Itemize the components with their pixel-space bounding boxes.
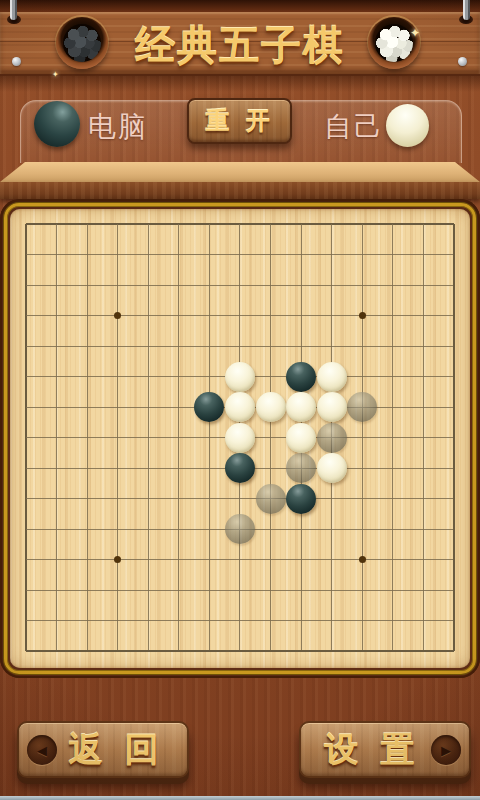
back-button[interactable]: ◀ 返 回 — [17, 721, 189, 778]
grid-line — [26, 498, 454, 499]
restart-button[interactable]: 重 开 — [187, 98, 292, 144]
white-stone — [317, 453, 347, 483]
black-stone — [225, 453, 255, 483]
white-stone — [317, 392, 347, 422]
ghost-black-stone — [256, 484, 286, 514]
gomoku-app: 经典五子棋 ✦ ✦ 电脑 重 开 自己 ◀ 返 回 设 置 ▶ — [0, 0, 480, 800]
grid-line — [362, 224, 363, 651]
settings-button-label: 设 置 — [325, 727, 420, 773]
page-title: 经典五子棋 — [0, 18, 480, 73]
grid-line — [392, 224, 393, 651]
header-top-strip — [0, 0, 480, 12]
grid-line — [423, 224, 424, 651]
black-stone — [194, 392, 224, 422]
back-button-label: 返 回 — [69, 727, 164, 773]
restart-button-label: 重 开 — [205, 105, 273, 137]
grid-line — [453, 224, 455, 651]
grid-line — [270, 224, 271, 651]
ghost-black-stone — [317, 423, 347, 453]
star-point — [114, 312, 121, 319]
board-frame — [0, 199, 480, 678]
white-stone — [286, 423, 316, 453]
star-point — [114, 556, 121, 563]
hanging-hook-right-icon — [463, 0, 470, 20]
black-stone — [286, 484, 316, 514]
ghost-black-stone — [347, 392, 377, 422]
white-stone — [256, 392, 286, 422]
computer-black-stone-avatar — [34, 101, 80, 147]
grid-line — [26, 650, 454, 652]
bottom-edge-strip — [0, 796, 480, 800]
board-surface — [10, 209, 470, 668]
white-stone — [317, 362, 347, 392]
sparkle-icon: ✦ — [52, 70, 59, 79]
self-player-label: 自己 — [324, 108, 384, 146]
grid-line — [26, 559, 454, 560]
black-stone — [286, 362, 316, 392]
white-stone — [225, 392, 255, 422]
grid-line — [26, 590, 454, 591]
ghost-black-stone — [225, 514, 255, 544]
white-stone — [225, 423, 255, 453]
settings-arrow-icon: ▶ — [431, 735, 461, 765]
shelf-front-edge — [0, 182, 480, 199]
shelf-top-surface — [0, 162, 480, 182]
back-arrow-icon: ◀ — [27, 735, 57, 765]
grid-line — [26, 620, 454, 621]
ghost-black-stone — [286, 453, 316, 483]
hanging-hook-left-icon — [10, 0, 17, 20]
star-point — [359, 312, 366, 319]
plank-shadow — [0, 76, 480, 92]
computer-player-label: 电脑 — [88, 108, 148, 146]
white-stone — [286, 392, 316, 422]
star-point — [359, 556, 366, 563]
self-white-stone-avatar — [386, 104, 429, 147]
white-stone — [225, 362, 255, 392]
gomoku-board-grid[interactable] — [26, 224, 454, 651]
settings-button[interactable]: 设 置 ▶ — [299, 721, 471, 778]
sparkle-icon: ✦ — [410, 26, 420, 40]
